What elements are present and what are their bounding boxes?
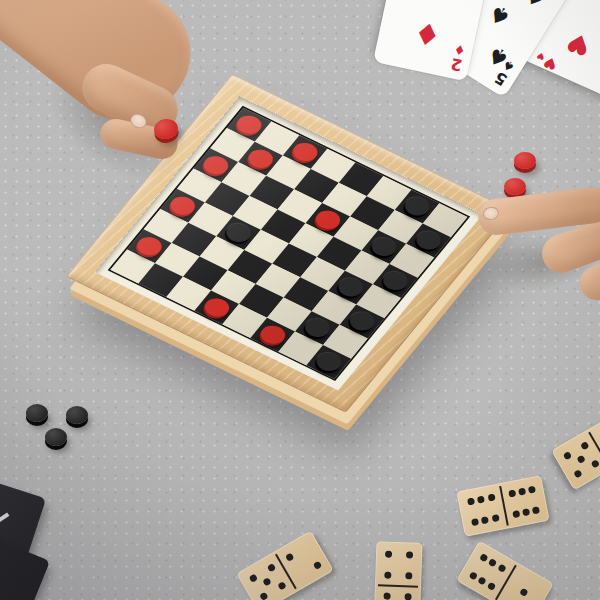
domino-half (378, 544, 419, 585)
domino-half (499, 479, 546, 526)
domino-pip (508, 489, 516, 497)
domino-pip (471, 518, 479, 526)
domino-pip (517, 487, 525, 495)
spade-pip-icon: ♠ (520, 0, 551, 12)
domino-pip (481, 516, 489, 524)
domino-half (377, 584, 418, 600)
red-checker-table-1[interactable] (514, 152, 536, 169)
domino-pip (385, 550, 392, 557)
domino-6-1[interactable] (456, 541, 553, 600)
diamond-pip-icon: ♦ (411, 16, 444, 51)
red-checker-table-2[interactable] (504, 178, 526, 195)
domino-pip (277, 581, 287, 591)
domino-pip (478, 576, 488, 586)
domino-pip (468, 571, 478, 581)
spade-pip-icon: ♠ (484, 0, 515, 31)
domino-pip (406, 551, 413, 558)
card-box-logo-mark (0, 512, 9, 528)
domino-pip (383, 592, 390, 599)
black-checker-table-1[interactable] (26, 404, 48, 422)
domino-5-partial[interactable] (551, 408, 600, 491)
domino-pip (492, 514, 500, 522)
domino-pip (405, 593, 412, 600)
domino-half (555, 432, 600, 487)
black-checker-table-3[interactable] (45, 428, 67, 446)
table-surface: ♥ ♥ ♥ 5 ♠ ♠ ♠ ♠ ♠ ♠ 2 ♦ ♦ ♦ ●●●●●●●●●●●●… (0, 0, 600, 600)
domino-4-5[interactable] (374, 541, 423, 600)
domino-6-6[interactable] (456, 475, 549, 537)
domino-pip (527, 486, 535, 494)
domino-pip (384, 572, 391, 579)
domino-pip (487, 582, 497, 592)
domino-pip (512, 510, 520, 518)
domino-pip (405, 572, 412, 579)
domino-pip (488, 493, 496, 501)
diamond-pip-icon: ♦ (452, 42, 466, 57)
domino-pip (467, 497, 475, 505)
domino-pip (477, 495, 485, 503)
domino-5-2[interactable] (236, 531, 333, 600)
domino-pip (522, 508, 530, 516)
domino-pip (531, 506, 539, 514)
card-index: 2 ♦ (449, 42, 466, 73)
black-checker-table-2[interactable] (66, 406, 88, 424)
